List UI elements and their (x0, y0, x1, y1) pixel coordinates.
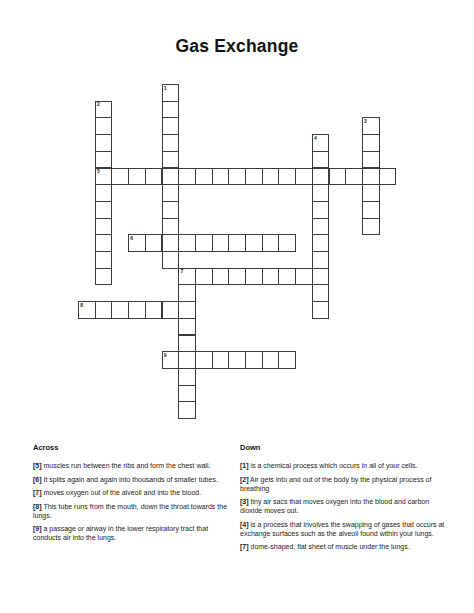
grid-cell-r9c3[interactable]: 6 (128, 234, 146, 252)
grid-cell-r1c1[interactable]: 2 (95, 101, 113, 119)
grid-cell-r11c12[interactable] (278, 268, 296, 286)
cell-number: 4 (314, 136, 317, 141)
across-clue-8: [8] This tube runs from the mouth, down … (33, 502, 236, 520)
grid-cell-r9c12[interactable] (278, 234, 296, 252)
puzzle-title: Gas Exchange (0, 36, 474, 57)
grid-cell-r13c14[interactable] (312, 301, 330, 319)
grid-cell-r16c7[interactable] (195, 351, 213, 369)
cell-number: 7 (180, 269, 183, 274)
grid-cell-r6c14[interactable] (312, 184, 330, 202)
across-clue-number: [7] (33, 489, 42, 496)
grid-cell-r4c1[interactable] (95, 151, 113, 169)
grid-cell-r16c6[interactable] (178, 351, 196, 369)
across-clue-number: [6] (33, 476, 42, 483)
grid-cell-r6c5[interactable] (162, 184, 180, 202)
across-clue-7: [7] moves oxygen out of the alveoli and … (33, 488, 236, 497)
grid-cell-r13c3[interactable] (128, 301, 146, 319)
down-clue-number: [4] (240, 521, 249, 528)
crossword-page: Gas Exchange 123456789 Across [5] muscle… (0, 0, 474, 613)
grid-cell-r3c17[interactable] (362, 134, 380, 152)
down-header: Down (240, 443, 451, 452)
grid-cell-r11c14[interactable] (312, 268, 330, 286)
grid-cell-r7c1[interactable] (95, 201, 113, 219)
grid-cell-r9c7[interactable] (195, 234, 213, 252)
down-clue-2: [2] Air gets into and out of the body by… (240, 475, 451, 493)
down-clues-section: Down [1] is a chemical process which occ… (240, 443, 451, 556)
grid-cell-r11c8[interactable] (212, 268, 230, 286)
across-clue-6: [6] It splits again and again into thous… (33, 475, 236, 484)
across-clue-number: [8] (33, 503, 42, 510)
cell-number: 5 (97, 169, 100, 174)
grid-cell-r9c10[interactable] (245, 234, 263, 252)
down-clue-list: [1] is a chemical process which occurs i… (240, 461, 451, 551)
cell-number: 6 (130, 236, 133, 241)
grid-cell-r5c15[interactable] (329, 168, 347, 186)
grid-cell-r12c6[interactable] (178, 284, 196, 302)
grid-cell-r9c8[interactable] (212, 234, 230, 252)
grid-cell-r5c1[interactable]: 5 (95, 168, 113, 186)
grid-cell-r13c2[interactable] (111, 301, 129, 319)
across-clues-section: Across [5] muscles run between the ribs … (33, 443, 236, 547)
grid-cell-r10c14[interactable] (312, 251, 330, 269)
grid-cell-r3c14[interactable]: 4 (312, 134, 330, 152)
across-clue-number: [9] (33, 525, 42, 532)
grid-cell-r8c5[interactable] (162, 218, 180, 236)
grid-cell-r4c14[interactable] (312, 151, 330, 169)
grid-cell-r2c1[interactable] (95, 117, 113, 135)
grid-cell-r5c13[interactable] (295, 168, 313, 186)
cell-number: 8 (80, 303, 83, 308)
down-clue-7: [7] dome-shaped, flat sheet of muscle un… (240, 542, 451, 551)
grid-cell-r11c1[interactable] (95, 268, 113, 286)
grid-cell-r7c14[interactable] (312, 201, 330, 219)
cell-number: 2 (97, 102, 100, 107)
grid-cell-r10c1[interactable] (95, 251, 113, 269)
grid-cell-r9c5[interactable] (162, 234, 180, 252)
across-header: Across (33, 443, 236, 452)
grid-cell-r11c11[interactable] (262, 268, 280, 286)
grid-cell-r9c6[interactable] (178, 234, 196, 252)
grid-cell-r5c10[interactable] (245, 168, 263, 186)
cell-number: 9 (164, 353, 167, 358)
grid-cell-r16c10[interactable] (245, 351, 263, 369)
grid-cell-r10c5[interactable] (162, 251, 180, 269)
grid-cell-r8c17[interactable] (362, 218, 380, 236)
down-clue-number: [1] (240, 462, 249, 469)
grid-cell-r5c7[interactable] (195, 168, 213, 186)
grid-cell-r11c7[interactable] (195, 268, 213, 286)
grid-cell-r9c14[interactable] (312, 234, 330, 252)
grid-cell-r13c1[interactable] (95, 301, 113, 319)
grid-cell-r7c17[interactable] (362, 201, 380, 219)
grid-cell-r11c6[interactable]: 7 (178, 268, 196, 286)
grid-cell-r15c6[interactable] (178, 335, 196, 353)
grid-cell-r14c6[interactable] (178, 318, 196, 336)
grid-cell-r12c14[interactable] (312, 284, 330, 302)
crossword-grid: 123456789 (78, 84, 398, 420)
grid-cell-r4c5[interactable] (162, 151, 180, 169)
grid-cell-r2c17[interactable]: 3 (362, 117, 380, 135)
grid-cell-r9c9[interactable] (228, 234, 246, 252)
grid-cell-r3c5[interactable] (162, 134, 180, 152)
grid-cell-r8c1[interactable] (95, 218, 113, 236)
grid-cell-r5c5[interactable] (162, 168, 180, 186)
grid-cell-r19c6[interactable] (178, 401, 196, 419)
grid-cell-r5c16[interactable] (345, 168, 363, 186)
down-clue-number: [7] (240, 543, 249, 550)
grid-cell-r9c1[interactable] (95, 234, 113, 252)
grid-cell-r9c11[interactable] (262, 234, 280, 252)
across-clue-number: [5] (33, 462, 42, 469)
grid-cell-r5c17[interactable] (362, 168, 380, 186)
across-clue-5: [5] muscles run between the ribs and for… (33, 461, 236, 470)
grid-cell-r9c4[interactable] (145, 234, 163, 252)
down-clue-1: [1] is a chemical process which occurs i… (240, 461, 451, 470)
grid-cell-r16c11[interactable] (262, 351, 280, 369)
grid-cell-r8c14[interactable] (312, 218, 330, 236)
down-clue-4: [4] is a process that involves the swapp… (240, 520, 451, 538)
grid-cell-r7c5[interactable] (162, 201, 180, 219)
grid-cell-r16c5[interactable]: 9 (162, 351, 180, 369)
grid-cell-r0c5[interactable]: 1 (162, 84, 180, 102)
cell-number: 3 (364, 119, 367, 124)
grid-cell-r5c14[interactable] (312, 168, 330, 186)
grid-cell-r13c6[interactable] (178, 301, 196, 319)
grid-cell-r16c9[interactable] (228, 351, 246, 369)
down-clue-number: [3] (240, 498, 249, 505)
grid-cell-r5c12[interactable] (278, 168, 296, 186)
grid-cell-r13c5[interactable] (162, 301, 180, 319)
grid-cell-r5c11[interactable] (262, 168, 280, 186)
across-clue-list: [5] muscles run between the ribs and for… (33, 461, 236, 542)
cell-number: 1 (164, 86, 167, 91)
down-clue-number: [2] (240, 476, 249, 483)
grid-cell-r5c8[interactable] (212, 168, 230, 186)
grid-cell-r5c3[interactable] (128, 168, 146, 186)
grid-cell-r5c4[interactable] (145, 168, 163, 186)
grid-cell-r2c5[interactable] (162, 117, 180, 135)
grid-cell-r5c2[interactable] (111, 168, 129, 186)
grid-cell-r17c6[interactable] (178, 368, 196, 386)
grid-cell-r11c9[interactable] (228, 268, 246, 286)
grid-cell-r3c1[interactable] (95, 134, 113, 152)
grid-cell-r16c12[interactable] (278, 351, 296, 369)
grid-cell-r1c5[interactable] (162, 101, 180, 119)
grid-cell-r5c6[interactable] (178, 168, 196, 186)
grid-cell-r6c17[interactable] (362, 184, 380, 202)
grid-cell-r5c18[interactable] (379, 168, 397, 186)
grid-cell-r6c1[interactable] (95, 184, 113, 202)
grid-cell-r13c0[interactable]: 8 (78, 301, 96, 319)
grid-cell-r13c4[interactable] (145, 301, 163, 319)
grid-cell-r16c8[interactable] (212, 351, 230, 369)
grid-cell-r4c17[interactable] (362, 151, 380, 169)
grid-cell-r11c13[interactable] (295, 268, 313, 286)
across-clue-9: [9] a passage or airway in the lower res… (33, 524, 236, 542)
down-clue-3: [3] tiny air sacs that moves oxygen into… (240, 497, 451, 515)
grid-cell-r11c10[interactable] (245, 268, 263, 286)
grid-cell-r5c9[interactable] (228, 168, 246, 186)
grid-cell-r18c6[interactable] (178, 385, 196, 403)
